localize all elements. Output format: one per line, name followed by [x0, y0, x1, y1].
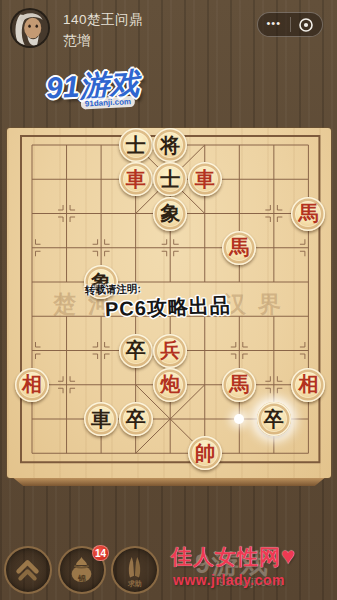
piece-red[interactable]: 帥	[188, 436, 222, 470]
avatar-image	[12, 10, 48, 46]
piece-red[interactable]: 馬	[222, 231, 256, 265]
piece-red[interactable]: 馬	[222, 368, 256, 402]
collapse-button[interactable]	[4, 546, 52, 594]
piece-red[interactable]: 相	[291, 368, 325, 402]
board-watermark-pc6: PC6攻略出品	[105, 292, 232, 323]
footer-site-name: 佳人女性网♥	[171, 542, 296, 571]
miniprogram-capsule: •••	[257, 12, 323, 37]
close-button[interactable]	[291, 13, 323, 36]
more-dots-icon: •••	[266, 18, 281, 31]
footer-site-url: www.jrlady.com	[173, 572, 285, 588]
piece-red[interactable]: 車	[119, 162, 153, 196]
footer-watermark: 9游戏 91danji.com 佳人女性网♥ www.jrlady.com	[167, 540, 337, 600]
piece-red[interactable]: 馬	[291, 197, 325, 231]
help-button[interactable]: 求助	[111, 546, 159, 594]
target-circle-icon	[297, 16, 315, 34]
91game-logo-url: 91danji.com	[81, 96, 136, 110]
91game-watermark: 91游戏 91danji.com	[45, 64, 140, 110]
heart-icon: ♥	[281, 542, 296, 569]
app-screen: 140楚王问鼎 范增 ••• 91游戏 91danji.com 楚河 汉界 士将…	[0, 0, 337, 600]
help-label: 求助	[113, 579, 157, 589]
header-bar: 140楚王问鼎 范增 •••	[0, 0, 337, 58]
level-title: 140楚王问鼎	[63, 11, 143, 29]
piece-red[interactable]: 相	[15, 368, 49, 402]
piece-black[interactable]: 卒	[119, 402, 153, 436]
rewards-bag-button[interactable]: 锦 14	[58, 546, 106, 594]
more-menu-button[interactable]: •••	[258, 13, 290, 36]
piece-black[interactable]: 車	[84, 402, 118, 436]
player-avatar[interactable]	[10, 8, 50, 48]
xiangqi-board[interactable]: 楚河 汉界 士将車士車象馬馬象卒兵炮相馬相車卒卒帥 转载请注明: PC6攻略出品	[7, 128, 331, 478]
piece-black[interactable]: 象	[153, 197, 187, 231]
player-name: 范增	[63, 32, 91, 50]
chevron-up-icon	[6, 548, 49, 591]
notification-badge: 14	[92, 545, 109, 561]
river-text-right: 汉界	[223, 289, 293, 320]
piece-red[interactable]: 兵	[153, 334, 187, 368]
piece-black[interactable]: 卒	[257, 402, 291, 436]
piece-black[interactable]: 卒	[119, 334, 153, 368]
piece-black[interactable]: 将	[153, 128, 187, 162]
piece-red[interactable]: 車	[188, 162, 222, 196]
board-3d-edge	[7, 478, 331, 486]
piece-black[interactable]: 士	[119, 128, 153, 162]
bag-label: 锦	[78, 573, 86, 584]
piece-red[interactable]: 炮	[153, 368, 187, 402]
